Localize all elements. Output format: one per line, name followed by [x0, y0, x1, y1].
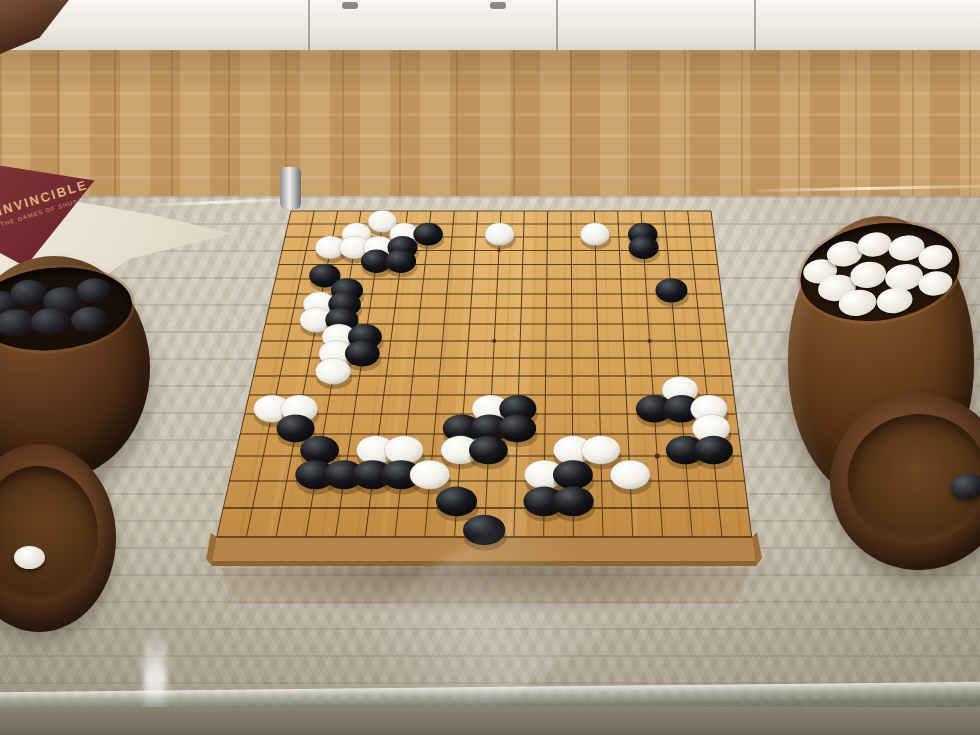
- white-stone-O17: [580, 223, 610, 246]
- tray-inner: [0, 466, 98, 604]
- white-stone-D8: [315, 358, 350, 384]
- black-stone-N3: [553, 460, 593, 489]
- black-stone-J2: [436, 486, 477, 516]
- rug-below-table: [0, 707, 980, 735]
- black-stone-in-bowl: [30, 307, 70, 336]
- black-stone-L5: [498, 414, 536, 442]
- white-stone-in-bowl: [875, 285, 914, 315]
- captured-white-stone: [14, 546, 45, 569]
- white-stone-P3: [610, 460, 650, 489]
- white-stone-K17: [485, 223, 515, 246]
- white-stone-H3: [410, 460, 450, 489]
- white-stone-G4: [385, 436, 424, 465]
- black-stone-G17: [413, 223, 443, 246]
- black-stone-D4: [300, 436, 339, 465]
- black-stone-N2: [553, 486, 594, 516]
- living-room-go-scene: INVINCIBLE THE GAMES OF SHUSAKU: [0, 0, 980, 735]
- black-stone-in-bowl: [70, 305, 108, 333]
- black-stone-C5: [277, 414, 315, 442]
- star-point: [655, 453, 660, 458]
- black-stone-Q16: [629, 236, 659, 259]
- black-stone-K4: [469, 436, 508, 465]
- black-stone-F15: [385, 250, 416, 273]
- star-point: [648, 339, 652, 343]
- star-point: [492, 339, 496, 343]
- black-stone-R13: [655, 278, 687, 302]
- black-stone-S4: [694, 436, 733, 465]
- white-stone-O4: [581, 436, 620, 465]
- black-stone-E9: [345, 340, 380, 366]
